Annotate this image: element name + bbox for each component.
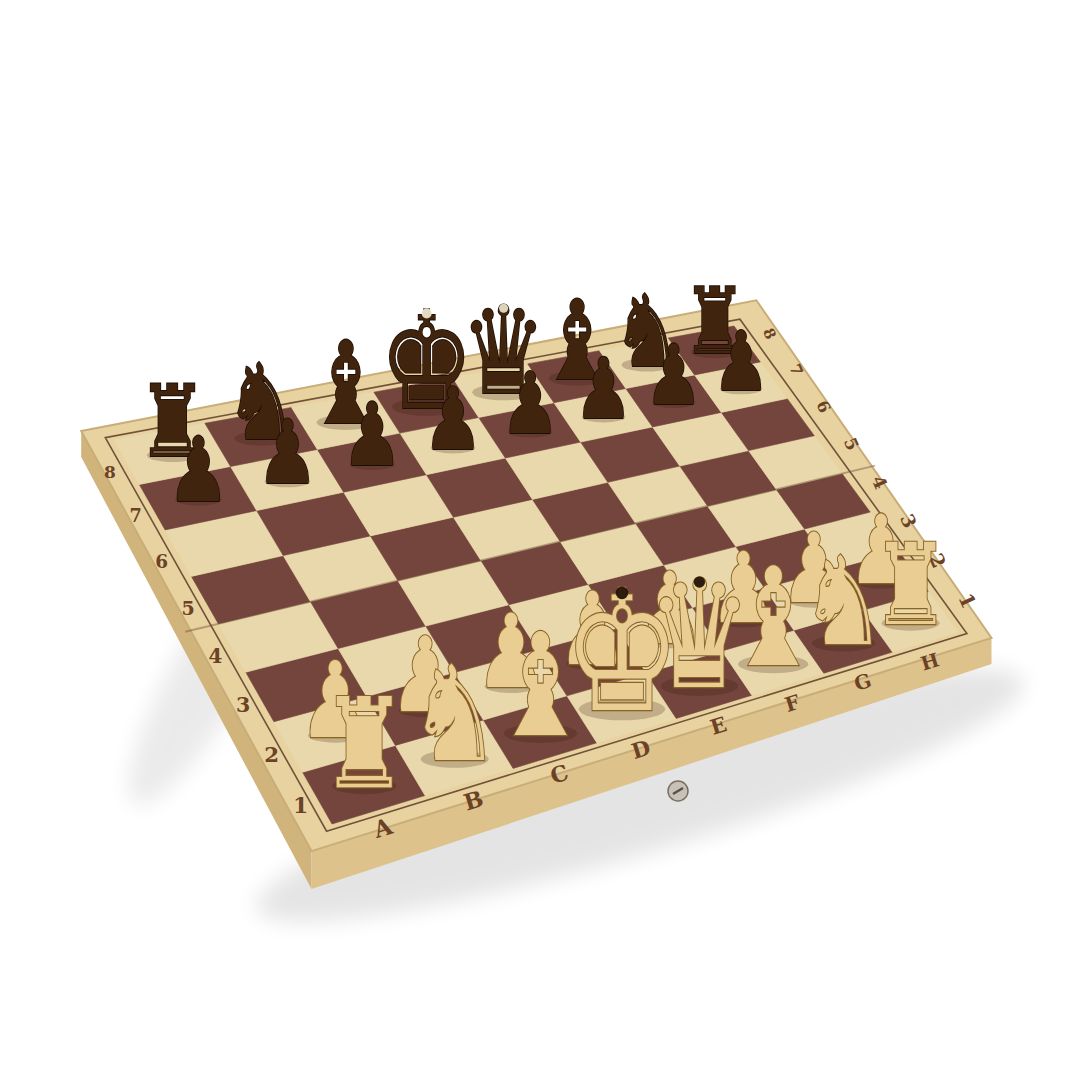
rank-label-left-5: 5 [182, 597, 195, 620]
piece-white-rook-a1[interactable]: ♜ [321, 671, 408, 816]
finial-tip-e8 [499, 304, 508, 313]
piece-white-knight-b1[interactable]: ♞ [408, 637, 501, 791]
piece-black-pawn-b7[interactable]: ♟ [256, 400, 318, 504]
piece-black-pawn-e7[interactable]: ♟ [500, 354, 560, 453]
piece-black-pawn-d7[interactable]: ♟ [423, 368, 483, 468]
rank-label-left-8: 8 [104, 462, 116, 482]
piece-black-pawn-h7[interactable]: ♟ [712, 313, 770, 409]
rank-label-left-1: 1 [293, 792, 308, 818]
finial-tip-d8 [422, 308, 432, 318]
finial-tip-d1 [616, 587, 629, 600]
piece-black-pawn-c7[interactable]: ♟ [342, 384, 403, 485]
rank-label-left-3: 3 [236, 693, 250, 717]
piece-white-bishop-c1[interactable]: ♝ [491, 602, 591, 768]
finial-tip-e1 [694, 576, 705, 587]
piece-black-pawn-a7[interactable]: ♟ [167, 417, 230, 522]
rank-label-left-4: 4 [209, 644, 223, 668]
latch-screw [668, 781, 688, 801]
product-photo: ABCDEFGH1234567812345678♜♞♝♟♛♟♚♟♝♟♞♟♜♟♟♟… [0, 0, 1080, 1080]
piece-black-pawn-g7[interactable]: ♟ [645, 327, 703, 424]
piece-black-pawn-f7[interactable]: ♟ [574, 340, 633, 438]
rank-label-left-6: 6 [155, 551, 168, 572]
rank-label-left-7: 7 [129, 505, 141, 526]
chess-board-photo: ABCDEFGH1234567812345678♜♞♝♟♛♟♚♟♝♟♞♟♜♟♟♟… [0, 0, 1080, 1080]
rank-label-left-2: 2 [264, 742, 279, 767]
